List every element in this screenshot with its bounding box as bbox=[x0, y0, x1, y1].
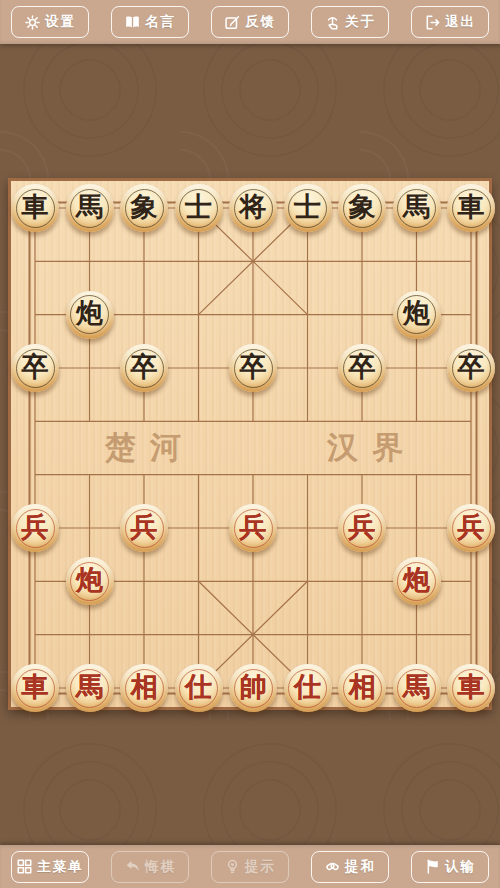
offer-draw-button-label: 提和 bbox=[345, 858, 376, 876]
piece-black-卒[interactable]: 卒 bbox=[338, 344, 386, 392]
piece-glyph: 車 bbox=[22, 674, 49, 701]
piece-glyph: 相 bbox=[349, 674, 376, 701]
piece-glyph: 炮 bbox=[76, 567, 103, 594]
piece-red-炮[interactable]: 炮 bbox=[393, 557, 441, 605]
feedback-button-label: 反馈 bbox=[245, 13, 276, 31]
touch-icon bbox=[324, 14, 341, 31]
piece-glyph: 車 bbox=[22, 194, 49, 221]
piece-red-兵[interactable]: 兵 bbox=[120, 504, 168, 552]
piece-red-兵[interactable]: 兵 bbox=[447, 504, 495, 552]
exit-icon bbox=[424, 14, 441, 31]
hint-bulb-icon bbox=[224, 858, 241, 875]
piece-glyph: 車 bbox=[458, 194, 485, 221]
bottom-toolbar: 主菜单 悔棋 提示 提和 认输 bbox=[0, 845, 500, 888]
piece-black-卒[interactable]: 卒 bbox=[229, 344, 277, 392]
piece-red-帥[interactable]: 帥 bbox=[229, 664, 277, 712]
piece-black-士[interactable]: 士 bbox=[175, 184, 223, 232]
piece-glyph: 炮 bbox=[403, 300, 430, 327]
undo-move-button-label: 悔棋 bbox=[145, 858, 176, 876]
piece-red-車[interactable]: 車 bbox=[11, 664, 59, 712]
piece-red-兵[interactable]: 兵 bbox=[11, 504, 59, 552]
piece-red-兵[interactable]: 兵 bbox=[229, 504, 277, 552]
piece-glyph: 象 bbox=[349, 194, 376, 221]
settings-button[interactable]: 设置 bbox=[11, 6, 89, 38]
main-menu-button[interactable]: 主菜单 bbox=[11, 851, 89, 883]
handshake-icon bbox=[324, 858, 341, 875]
settings-button-label: 设置 bbox=[45, 13, 76, 31]
piece-glyph: 馬 bbox=[76, 194, 103, 221]
piece-red-馬[interactable]: 馬 bbox=[66, 664, 114, 712]
piece-glyph: 士 bbox=[294, 194, 321, 221]
resign-button[interactable]: 认输 bbox=[411, 851, 489, 883]
piece-glyph: 卒 bbox=[22, 354, 49, 381]
piece-glyph: 仕 bbox=[185, 674, 212, 701]
piece-black-炮[interactable]: 炮 bbox=[393, 291, 441, 339]
piece-glyph: 卒 bbox=[349, 354, 376, 381]
about-button-label: 关于 bbox=[345, 13, 376, 31]
piece-glyph: 炮 bbox=[76, 300, 103, 327]
flag-icon bbox=[424, 858, 441, 875]
piece-glyph: 兵 bbox=[458, 514, 485, 541]
feedback-button[interactable]: 反馈 bbox=[211, 6, 289, 38]
piece-glyph: 将 bbox=[240, 194, 267, 221]
quotes-button[interactable]: 名言 bbox=[111, 6, 189, 38]
board-pieces: 車馬象士将士象馬車炮炮卒卒卒卒卒兵兵兵兵兵炮炮車馬相仕帥仕相馬車 bbox=[11, 181, 489, 707]
piece-black-象[interactable]: 象 bbox=[338, 184, 386, 232]
menu-grid-icon bbox=[16, 858, 33, 875]
piece-red-兵[interactable]: 兵 bbox=[338, 504, 386, 552]
exit-button-label: 退出 bbox=[445, 13, 476, 31]
piece-red-仕[interactable]: 仕 bbox=[175, 664, 223, 712]
piece-black-士[interactable]: 士 bbox=[284, 184, 332, 232]
undo-move-button[interactable]: 悔棋 bbox=[111, 851, 189, 883]
book-icon bbox=[124, 14, 141, 31]
piece-glyph: 卒 bbox=[240, 354, 267, 381]
edit-icon bbox=[224, 14, 241, 31]
top-toolbar: 设置 名言 反馈 关于 退出 bbox=[0, 0, 500, 44]
piece-black-卒[interactable]: 卒 bbox=[447, 344, 495, 392]
piece-glyph: 車 bbox=[458, 674, 485, 701]
undo-icon bbox=[124, 858, 141, 875]
hint-button-label: 提示 bbox=[245, 858, 276, 876]
piece-glyph: 士 bbox=[185, 194, 212, 221]
piece-glyph: 兵 bbox=[240, 514, 267, 541]
piece-black-馬[interactable]: 馬 bbox=[66, 184, 114, 232]
piece-glyph: 卒 bbox=[458, 354, 485, 381]
piece-black-馬[interactable]: 馬 bbox=[393, 184, 441, 232]
about-button[interactable]: 关于 bbox=[311, 6, 389, 38]
piece-glyph: 馬 bbox=[76, 674, 103, 701]
piece-red-相[interactable]: 相 bbox=[120, 664, 168, 712]
piece-black-象[interactable]: 象 bbox=[120, 184, 168, 232]
piece-black-卒[interactable]: 卒 bbox=[120, 344, 168, 392]
offer-draw-button[interactable]: 提和 bbox=[311, 851, 389, 883]
piece-red-車[interactable]: 車 bbox=[447, 664, 495, 712]
resign-button-label: 认输 bbox=[445, 858, 476, 876]
quotes-button-label: 名言 bbox=[145, 13, 176, 31]
piece-red-炮[interactable]: 炮 bbox=[66, 557, 114, 605]
piece-glyph: 帥 bbox=[240, 674, 267, 701]
piece-red-相[interactable]: 相 bbox=[338, 664, 386, 712]
piece-glyph: 兵 bbox=[131, 514, 158, 541]
piece-glyph: 卒 bbox=[131, 354, 158, 381]
xiangqi-board[interactable]: 楚河 汉界 車馬象士将士象馬車炮炮卒卒卒卒卒兵兵兵兵兵炮炮車馬相仕帥仕相馬車 bbox=[8, 178, 492, 710]
exit-button[interactable]: 退出 bbox=[411, 6, 489, 38]
piece-glyph: 兵 bbox=[349, 514, 376, 541]
piece-black-車[interactable]: 車 bbox=[447, 184, 495, 232]
piece-glyph: 馬 bbox=[403, 194, 430, 221]
piece-red-仕[interactable]: 仕 bbox=[284, 664, 332, 712]
piece-glyph: 馬 bbox=[403, 674, 430, 701]
piece-black-将[interactable]: 将 bbox=[229, 184, 277, 232]
piece-black-車[interactable]: 車 bbox=[11, 184, 59, 232]
piece-glyph: 兵 bbox=[22, 514, 49, 541]
piece-black-卒[interactable]: 卒 bbox=[11, 344, 59, 392]
piece-glyph: 仕 bbox=[294, 674, 321, 701]
piece-glyph: 相 bbox=[131, 674, 158, 701]
piece-glyph: 炮 bbox=[403, 567, 430, 594]
hint-button[interactable]: 提示 bbox=[211, 851, 289, 883]
main-menu-button-label: 主菜单 bbox=[37, 858, 84, 876]
piece-red-馬[interactable]: 馬 bbox=[393, 664, 441, 712]
piece-black-炮[interactable]: 炮 bbox=[66, 291, 114, 339]
piece-glyph: 象 bbox=[131, 194, 158, 221]
gear-icon bbox=[24, 14, 41, 31]
